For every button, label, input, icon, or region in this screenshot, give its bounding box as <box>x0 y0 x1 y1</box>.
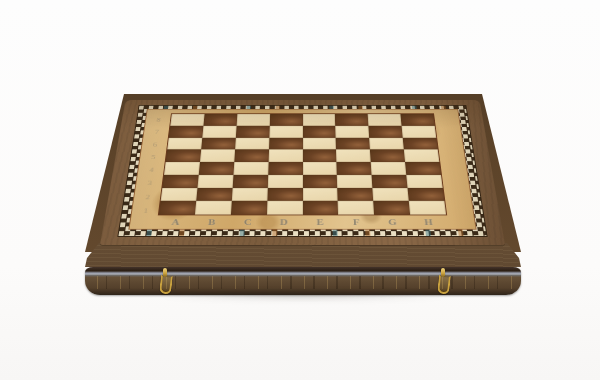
square-d8 <box>269 114 302 126</box>
square-b7 <box>202 126 236 138</box>
square-a8 <box>170 114 204 126</box>
file-label-b: B <box>194 217 231 226</box>
square-b3 <box>197 175 233 188</box>
square-e5 <box>303 150 337 162</box>
square-d1 <box>267 201 303 215</box>
file-label-a: A <box>157 217 194 226</box>
square-e6 <box>303 137 337 149</box>
file-label-d: D <box>266 217 302 226</box>
square-c8 <box>236 114 269 126</box>
square-f3 <box>337 175 372 188</box>
rank-label-7: 7 <box>145 126 168 138</box>
square-c2 <box>232 188 268 201</box>
square-a7 <box>169 126 204 138</box>
file-label-h: H <box>410 217 447 226</box>
square-g7 <box>369 126 403 138</box>
square-f4 <box>337 162 372 175</box>
square-e7 <box>303 126 336 138</box>
rank-label-2: 2 <box>135 190 160 204</box>
rank-label-6: 6 <box>143 138 167 150</box>
square-d4 <box>268 162 303 175</box>
board-lid-surface: ABCDEFGH 87654321 <box>100 100 505 245</box>
square-h2 <box>408 188 445 201</box>
square-b1 <box>195 201 232 215</box>
square-a1 <box>159 201 196 215</box>
square-h8 <box>401 114 435 126</box>
square-a6 <box>167 137 202 149</box>
square-b4 <box>199 162 234 175</box>
square-e2 <box>303 188 338 201</box>
burl-letter-border: ABCDEFGH 87654321 <box>128 109 476 230</box>
square-f1 <box>338 201 374 215</box>
product-photo-scene: ABCDEFGH 87654321 <box>0 0 600 380</box>
square-a3 <box>162 175 198 188</box>
square-f5 <box>336 150 371 162</box>
square-b5 <box>200 150 235 162</box>
square-h6 <box>403 137 438 149</box>
square-c4 <box>233 162 268 175</box>
square-b6 <box>201 137 236 149</box>
square-b2 <box>196 188 232 201</box>
square-h4 <box>405 162 441 175</box>
square-e4 <box>303 162 338 175</box>
square-f2 <box>338 188 374 201</box>
square-d2 <box>267 188 302 201</box>
square-a5 <box>166 150 201 162</box>
square-d3 <box>267 175 302 188</box>
square-e8 <box>303 114 336 126</box>
square-g2 <box>373 188 409 201</box>
square-c1 <box>231 201 267 215</box>
square-d5 <box>268 150 302 162</box>
mosaic-inlay-border: ABCDEFGH 87654321 <box>117 105 487 237</box>
square-h3 <box>406 175 442 188</box>
square-h5 <box>404 150 439 162</box>
rank-label-3: 3 <box>137 176 162 189</box>
square-b8 <box>203 114 237 126</box>
square-d7 <box>269 126 302 138</box>
square-g8 <box>368 114 402 126</box>
square-g4 <box>371 162 406 175</box>
square-f8 <box>335 114 368 126</box>
square-e3 <box>303 175 338 188</box>
square-g6 <box>369 137 404 149</box>
square-f7 <box>336 126 370 138</box>
rank-label-1: 1 <box>133 204 158 218</box>
square-f6 <box>336 137 370 149</box>
chessboard <box>159 114 446 215</box>
square-c7 <box>236 126 270 138</box>
square-g3 <box>372 175 408 188</box>
square-e1 <box>303 201 339 215</box>
square-c5 <box>234 150 269 162</box>
square-c3 <box>232 175 267 188</box>
rank-label-4: 4 <box>139 163 163 176</box>
rank-label-5: 5 <box>141 151 165 164</box>
square-h1 <box>409 201 446 215</box>
drop-shadow <box>98 291 510 302</box>
file-label-c: C <box>230 217 267 226</box>
square-d6 <box>269 137 303 149</box>
file-label-e: E <box>303 217 339 226</box>
square-h7 <box>402 126 437 138</box>
square-c6 <box>235 137 269 149</box>
square-g1 <box>373 201 410 215</box>
wood-speckle-texture <box>91 276 515 289</box>
file-label-g: G <box>374 217 411 226</box>
rank-label-8: 8 <box>147 114 170 126</box>
file-label-f: F <box>338 217 375 226</box>
square-a4 <box>164 162 200 175</box>
square-a2 <box>161 188 198 201</box>
file-labels: ABCDEFGH <box>157 215 448 228</box>
square-g5 <box>370 150 405 162</box>
